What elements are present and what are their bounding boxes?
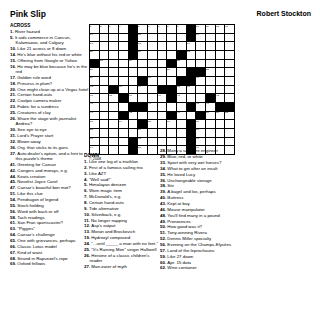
grid-cell[interactable]: 33: [119, 86, 128, 94]
grid-cell[interactable]: [225, 68, 234, 76]
grid-cell[interactable]: [187, 94, 196, 102]
grid-cell[interactable]: [158, 51, 167, 59]
clue-item: 52. Dennis Miller specialty: [160, 236, 235, 241]
grid-cell[interactable]: [100, 42, 109, 50]
grid-cell[interactable]: [196, 94, 205, 102]
grid-cell[interactable]: [167, 103, 176, 111]
grid-cell[interactable]: 17: [90, 42, 99, 50]
clue-item: 30. See eye to eye: [10, 127, 89, 132]
cell-number: 6: [148, 25, 149, 28]
grid-cell[interactable]: [225, 94, 234, 102]
grid-cell[interactable]: [109, 103, 118, 111]
crossword-grid[interactable]: 1234567891011121314151617181920212223242…: [89, 24, 235, 155]
black-cell: [167, 112, 176, 120]
clue-item: 25. Creatures of clay: [10, 110, 89, 115]
grid-cell[interactable]: 36: [187, 86, 196, 94]
black-cell: [119, 94, 128, 102]
grid-cell[interactable]: 9: [177, 25, 186, 33]
cell-number: 54: [119, 120, 122, 123]
grid-cell[interactable]: [109, 129, 118, 137]
grid-cell[interactable]: [225, 86, 234, 94]
clue-item: 24. "...until _____ a man with no feet.": [84, 241, 159, 246]
grid-cell[interactable]: 57: [196, 120, 205, 128]
clue-item: 45. Novelist Joyce Carol: [10, 179, 89, 184]
cell-number: 12: [216, 25, 219, 28]
grid-cell[interactable]: [167, 129, 176, 137]
cell-number: 52: [225, 111, 228, 114]
grid-cell[interactable]: [225, 51, 234, 59]
grid-cell[interactable]: [109, 51, 118, 59]
grid-cell[interactable]: 39: [129, 94, 138, 102]
cell-number: 64: [90, 146, 93, 149]
grid-cell[interactable]: 55: [148, 120, 157, 128]
cell-number: 2: [100, 25, 101, 28]
grid-cell[interactable]: [119, 77, 128, 85]
clue-item: 54. Pendragon of legend: [10, 197, 89, 202]
grid-cell[interactable]: [158, 112, 167, 120]
clue-item: 26. Heroine of a classic children's read…: [84, 253, 159, 264]
grid-cell[interactable]: 52: [225, 112, 234, 120]
clue-item: 50. How good was it?: [160, 224, 235, 229]
grid-cell[interactable]: [100, 68, 109, 76]
page-title: Pink Slip: [10, 9, 46, 19]
clue-item: 23. Fabric for a sundress: [10, 104, 89, 109]
grid-cell[interactable]: 51: [216, 112, 225, 120]
black-cell: [196, 112, 205, 120]
grid-cell[interactable]: 26: [90, 68, 99, 76]
grid-cell[interactable]: 56: [167, 120, 176, 128]
cell-number: 45: [196, 102, 199, 105]
grid-cell[interactable]: [158, 42, 167, 50]
black-cell: [129, 34, 138, 42]
grid-cell[interactable]: 10: [196, 25, 205, 33]
grid-cell[interactable]: 24: [129, 60, 138, 68]
grid-cell[interactable]: [119, 138, 128, 146]
grid-cell[interactable]: [225, 138, 234, 146]
grid-cell[interactable]: 25: [177, 60, 186, 68]
cell-number: 42: [216, 94, 219, 97]
grid-cell[interactable]: [196, 60, 205, 68]
grid-cell[interactable]: 3: [109, 25, 118, 33]
grid-cell[interactable]: [109, 34, 118, 42]
clue-item: 59. Like 27 down: [160, 253, 235, 258]
cell-number: 8: [167, 25, 168, 28]
grid-cell[interactable]: 59: [138, 129, 147, 137]
cell-number: 40: [158, 94, 161, 97]
grid-cell[interactable]: 8: [167, 25, 176, 33]
grid-cell[interactable]: 49: [177, 112, 186, 120]
grid-cell[interactable]: [100, 120, 109, 128]
cell-number: 49: [177, 111, 180, 114]
grid-cell[interactable]: [148, 86, 157, 94]
cell-number: 23: [100, 59, 103, 62]
grid-cell[interactable]: 35: [177, 86, 186, 94]
clue-item: 26. Share the stage with journalist Andr…: [10, 116, 89, 127]
black-cell: [109, 86, 118, 94]
clue-item: 10. Silverback, e.g.: [84, 212, 159, 217]
grid-cell[interactable]: [206, 51, 215, 59]
grid-cell[interactable]: [119, 42, 128, 50]
grid-cell[interactable]: [206, 42, 215, 50]
grid-cell[interactable]: [100, 86, 109, 94]
clue-item: 67. Kind of waist: [10, 249, 89, 254]
grid-cell[interactable]: [206, 120, 215, 128]
black-cell: [177, 51, 186, 59]
grid-cell[interactable]: [206, 34, 215, 42]
grid-cell[interactable]: [138, 94, 147, 102]
grid-cell[interactable]: [206, 77, 215, 85]
grid-cell[interactable]: [148, 94, 157, 102]
grid-cell[interactable]: [167, 138, 176, 146]
grid-cell[interactable]: [129, 129, 138, 137]
clue-item: 14. He's blue without his red or white: [10, 52, 89, 57]
clue-item: 62. Wine container: [160, 265, 235, 270]
clue-item: 22. Coolpix camera maker: [10, 98, 89, 103]
cell-number: 24: [129, 59, 132, 62]
clue-item: 20. One might clean up at a Vegas hotel: [10, 86, 89, 91]
grid-cell[interactable]: [216, 51, 225, 59]
grid-cell[interactable]: [167, 51, 176, 59]
clue-item: 34. What to get after an insult: [160, 166, 235, 171]
grid-cell[interactable]: 42: [216, 94, 225, 102]
grid-cell[interactable]: [216, 42, 225, 50]
grid-cell[interactable]: 48: [129, 112, 138, 120]
grid-cell[interactable]: 60: [196, 129, 205, 137]
grid-cell[interactable]: [158, 34, 167, 42]
grid-cell[interactable]: [158, 77, 167, 85]
grid-cell[interactable]: [167, 77, 176, 85]
grid-cell[interactable]: 54: [119, 120, 128, 128]
grid-cell[interactable]: [177, 138, 186, 146]
grid-cell[interactable]: [216, 68, 225, 76]
black-cell: [138, 103, 147, 111]
grid-cell[interactable]: [177, 129, 186, 137]
clue-item: 1. Like one leg of a triathlon: [84, 159, 159, 164]
clue-item: 3. Like AZT: [84, 171, 159, 176]
grid-cell[interactable]: 62: [138, 138, 147, 146]
grid-cell[interactable]: [148, 68, 157, 76]
cell-number: 38: [109, 94, 112, 97]
cell-number: 56: [167, 120, 170, 123]
cell-number: 46: [206, 102, 209, 105]
black-cell: [167, 86, 176, 94]
grid-cell[interactable]: [119, 68, 128, 76]
grid-cell[interactable]: 13: [225, 25, 234, 33]
cell-number: 13: [225, 25, 228, 28]
black-cell: [187, 120, 196, 128]
clue-item: 40. Buttress: [160, 195, 235, 200]
clue-item: 8. Certain hand-outs: [84, 200, 159, 205]
grid-cell[interactable]: [109, 60, 118, 68]
clue-item: 49. Pronounces: [160, 218, 235, 223]
grid-cell[interactable]: 50: [206, 112, 215, 120]
cell-number: 9: [177, 25, 178, 28]
grid-cell[interactable]: [225, 60, 234, 68]
cell-number: 25: [177, 59, 180, 62]
grid-cell[interactable]: 41: [177, 94, 186, 102]
grid-cell[interactable]: 44: [148, 103, 157, 111]
clue-item: 5. It aids commerce in Cancun, Kalamazoo…: [10, 35, 89, 46]
black-cell: [129, 51, 138, 59]
grid-cell[interactable]: [100, 94, 109, 102]
clue-item: 46. Mouse manipulator: [160, 207, 235, 212]
grid-cell[interactable]: 23: [100, 60, 109, 68]
grid-cell[interactable]: 63: [196, 138, 205, 146]
grid-cell[interactable]: [119, 51, 128, 59]
cell-number: 31: [196, 76, 199, 79]
clue-item: 43. Kept at bay: [160, 201, 235, 206]
clue-item: 47. Caesar's boastful bon mot?: [10, 185, 89, 190]
grid-cell[interactable]: 11: [206, 25, 215, 33]
across-clue-list: 1. River hazard5. It aids commerce in Ca…: [10, 29, 89, 267]
grid-cell[interactable]: [100, 129, 109, 137]
down-heading: DOWN: [84, 152, 159, 158]
grid-cell[interactable]: [138, 112, 147, 120]
clue-item: 58. Tach readings: [10, 214, 89, 219]
grid-cell[interactable]: 28: [206, 68, 215, 76]
grid-cell[interactable]: 61: [90, 138, 99, 146]
grid-cell[interactable]: [138, 68, 147, 76]
grid-cell[interactable]: [216, 60, 225, 68]
grid-cell[interactable]: [177, 42, 186, 50]
cell-number: 65: [138, 146, 141, 149]
grid-cell[interactable]: [100, 34, 109, 42]
grid-cell[interactable]: [187, 112, 196, 120]
clue-item: 28. Many a software engineer: [160, 148, 235, 153]
black-cell: [167, 60, 176, 68]
grid-cell[interactable]: [109, 120, 118, 128]
grid-cell[interactable]: [129, 77, 138, 85]
cell-number: 36: [187, 85, 190, 88]
grid-cell[interactable]: [119, 34, 128, 42]
clue-item: 12. Asp's output: [84, 223, 159, 228]
grid-cell[interactable]: 16: [196, 34, 205, 42]
grid-cell[interactable]: 53: [90, 120, 99, 128]
grid-cell[interactable]: [148, 138, 157, 146]
grid-cell[interactable]: 15: [138, 34, 147, 42]
grid-cell[interactable]: [177, 68, 186, 76]
grid-cell[interactable]: [216, 129, 225, 137]
grid-cell[interactable]: 40: [158, 94, 167, 102]
grid-cell[interactable]: [158, 103, 167, 111]
clue-item: 18. Princess in plum?: [10, 81, 89, 86]
cell-number: 50: [206, 111, 209, 114]
clue-item: 16. He may be blue because he's in the r…: [10, 63, 89, 74]
black-cell: [206, 94, 215, 102]
grid-cell[interactable]: 18: [138, 42, 147, 50]
clue-item: 21. Certain hand-outs: [10, 92, 89, 97]
clue-item: 57. Land of the leprechauns: [160, 248, 235, 253]
grid-cell[interactable]: 12: [216, 25, 225, 33]
clue-item: 36. Unchangeable storage: [160, 177, 235, 182]
grid-cell[interactable]: 29: [90, 77, 99, 85]
grid-cell[interactable]: 2: [100, 25, 109, 33]
grid-cell[interactable]: [158, 129, 167, 137]
grid-cell[interactable]: [216, 77, 225, 85]
black-cell: [187, 138, 196, 146]
grid-cell[interactable]: [129, 68, 138, 76]
grid-cell[interactable]: 43: [90, 103, 99, 111]
grid-cell[interactable]: [177, 34, 186, 42]
grid-cell[interactable]: 21: [138, 51, 147, 59]
grid-cell[interactable]: 19: [187, 42, 196, 50]
clue-item: 11. No longer napping: [84, 217, 159, 222]
clue-item: 51. Tony-winning Rivera: [160, 230, 235, 235]
grid-cell[interactable]: [148, 42, 157, 50]
clue-item: 42. Congers and morays, e.g.: [10, 167, 89, 172]
grid-cell[interactable]: [216, 120, 225, 128]
grid-cell[interactable]: [148, 34, 157, 42]
grid-cell[interactable]: 22: [187, 51, 196, 59]
black-cell: [129, 42, 138, 50]
across-clues-column: ACROSS 1. River hazard5. It aids commerc…: [10, 22, 89, 314]
black-cell: [138, 77, 147, 85]
grid-cell[interactable]: [148, 51, 157, 59]
down-clue-list-2: 28. Many a software engineer29. Blue, re…: [160, 148, 235, 271]
grid-cell[interactable]: [206, 60, 215, 68]
grid-cell[interactable]: [225, 42, 234, 50]
grid-cell[interactable]: 31: [196, 77, 205, 85]
black-cell: [187, 34, 196, 42]
clue-item: 61. San Fran sportscaster?: [10, 220, 89, 225]
grid-cell[interactable]: [148, 112, 157, 120]
grid-cell[interactable]: [216, 86, 225, 94]
grid-cell[interactable]: [109, 77, 118, 85]
grid-cell[interactable]: [109, 68, 118, 76]
black-cell: [158, 86, 167, 94]
grid-cell[interactable]: [148, 60, 157, 68]
clue-item: 25. "It's Raining Men" singer Halliwell: [84, 247, 159, 252]
black-cell: [187, 103, 196, 111]
grid-cell[interactable]: 1: [90, 25, 99, 33]
grid-cell[interactable]: [177, 103, 186, 111]
grid-cell[interactable]: [177, 120, 186, 128]
grid-cell[interactable]: 34: [138, 86, 147, 94]
grid-cell[interactable]: [100, 112, 109, 120]
clue-item: 48. You'll find many in a pound: [160, 212, 235, 217]
clue-item: 69. Oxford fellows: [10, 261, 89, 266]
clue-item: 39. A bagel and lox, perhaps: [160, 189, 235, 194]
down-clue-list-1: 1. Like one leg of a triathlon2. First o…: [84, 159, 159, 269]
cell-number: 27: [167, 68, 170, 71]
grid-cell[interactable]: [196, 86, 205, 94]
grid-cell[interactable]: [100, 138, 109, 146]
grid-cell[interactable]: 32: [90, 86, 99, 94]
grid-cell[interactable]: [119, 129, 128, 137]
grid-cell[interactable]: [158, 60, 167, 68]
grid-cell[interactable]: [100, 103, 109, 111]
grid-cell[interactable]: [129, 120, 138, 128]
black-cell: [129, 103, 138, 111]
grid-cell[interactable]: [206, 86, 215, 94]
clue-item: 38. Stir: [160, 183, 235, 188]
black-cell: [167, 94, 176, 102]
grid-cell[interactable]: 47: [90, 112, 99, 120]
grid-cell[interactable]: [167, 34, 176, 42]
cell-number: 39: [129, 94, 132, 97]
grid-cell[interactable]: [109, 138, 118, 146]
across-heading: ACROSS: [10, 22, 89, 28]
grid-cell[interactable]: 20: [90, 51, 99, 59]
grid-cell[interactable]: 14: [90, 34, 99, 42]
grid-cell[interactable]: 38: [109, 94, 118, 102]
grid-cell[interactable]: 5: [138, 25, 147, 33]
cell-number: 32: [90, 85, 93, 88]
cell-number: 33: [119, 85, 122, 88]
black-cell: [138, 120, 147, 128]
grid-cell[interactable]: [158, 120, 167, 128]
grid-cell[interactable]: 7: [158, 25, 167, 33]
cell-number: 59: [138, 128, 141, 131]
black-cell: [225, 103, 234, 111]
grid-cell[interactable]: 58: [90, 129, 99, 137]
grid-cell[interactable]: [206, 129, 215, 137]
grid-cell[interactable]: [187, 60, 196, 68]
grid-cell[interactable]: [206, 138, 215, 146]
grid-cell[interactable]: [225, 120, 234, 128]
grid-cell[interactable]: [109, 42, 118, 50]
grid-cell[interactable]: [225, 77, 234, 85]
cell-number: 18: [138, 42, 141, 45]
grid-cell[interactable]: [225, 34, 234, 42]
clue-item: 36. Org. that sticks to its guns: [10, 144, 89, 149]
grid-cell[interactable]: 30: [148, 77, 157, 85]
grid-cell[interactable]: [100, 77, 109, 85]
cell-number: 10: [196, 25, 199, 28]
grid-cell[interactable]: [148, 129, 157, 137]
grid-cell[interactable]: [225, 129, 234, 137]
grid-cell[interactable]: [196, 42, 205, 50]
grid-cell[interactable]: [216, 138, 225, 146]
grid-cell[interactable]: 37: [90, 94, 99, 102]
cell-number: 63: [196, 137, 199, 140]
cell-number: 61: [90, 137, 93, 140]
grid-cell[interactable]: [158, 68, 167, 76]
black-cell: [196, 68, 205, 76]
clue-item: 55. Stock holding: [10, 203, 89, 208]
clue-item: 5. Himalayan denizen: [84, 182, 159, 187]
clue-item: 7. McDonald's, e.g.: [84, 194, 159, 199]
grid-cell[interactable]: 4: [119, 25, 128, 33]
cell-number: 37: [90, 94, 93, 97]
grid-cell[interactable]: [129, 86, 138, 94]
grid-cell[interactable]: [216, 34, 225, 42]
grid-cell[interactable]: [158, 138, 167, 146]
grid-cell[interactable]: [196, 51, 205, 59]
black-cell: [129, 25, 138, 33]
grid-cell[interactable]: 6: [148, 25, 157, 33]
cell-number: 21: [138, 50, 141, 53]
clue-item: 56. Evening on the Champs-Elysées: [160, 242, 235, 247]
black-cell: [187, 68, 196, 76]
grid-cell[interactable]: [119, 103, 128, 111]
grid-cell[interactable]: [167, 42, 176, 50]
grid-cell[interactable]: 27: [167, 68, 176, 76]
cell-number: 57: [196, 120, 199, 123]
grid-cell[interactable]: [109, 112, 118, 120]
cell-number: 4: [119, 25, 120, 28]
grid-cell[interactable]: 45: [196, 103, 205, 111]
grid-cell[interactable]: 46: [206, 103, 215, 111]
grid-cell[interactable]: [100, 51, 109, 59]
black-cell: [119, 112, 128, 120]
clue-item: 27. Man-eater of myth: [84, 264, 159, 269]
cell-number: 51: [216, 111, 219, 114]
grid-cell[interactable]: [138, 60, 147, 68]
grid-cell[interactable]: [119, 60, 128, 68]
clue-item: 15. Offering from Google or Yahoo: [10, 58, 89, 63]
cell-number: 47: [90, 111, 93, 114]
